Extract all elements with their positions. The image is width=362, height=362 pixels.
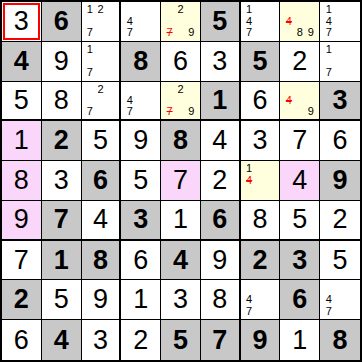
cell-r7c8[interactable]: 3 <box>280 241 320 281</box>
cell-r6c6[interactable]: 6 <box>201 201 241 241</box>
given-digit: 8 <box>333 327 348 354</box>
cell-r9c8[interactable]: 1 <box>280 320 320 360</box>
given-digit: 2 <box>14 286 29 313</box>
candidate-slot-3 <box>266 282 277 294</box>
candidate-grid: 49 <box>280 82 319 120</box>
candidate-grid: 17 <box>82 42 120 81</box>
candidate-slot-5 <box>255 294 266 306</box>
given-digit: 7 <box>54 206 69 233</box>
solved-digit: 8 <box>212 286 227 313</box>
solved-digit: 9 <box>14 206 29 233</box>
candidate-slot-9 <box>106 27 117 39</box>
cell-r5c1[interactable]: 8 <box>2 161 42 201</box>
candidate-digit-7: 7 <box>323 306 334 318</box>
candidate-digit-4: 4 <box>283 16 294 28</box>
given-digit: 6 <box>212 206 227 233</box>
candidate-digit-1: 1 <box>323 4 334 16</box>
cell-r7c9[interactable]: 5 <box>320 241 360 281</box>
given-digit: 9 <box>333 167 348 194</box>
candidate-slot-5 <box>334 16 345 28</box>
candidate-digit-4: 4 <box>124 16 135 28</box>
candidate-slot-3 <box>106 84 117 95</box>
given-digit: 4 <box>54 327 69 354</box>
candidate-slot-3 <box>266 4 277 16</box>
candidate-slot-8 <box>294 106 305 117</box>
cell-r8c5[interactable]: 3 <box>161 280 201 320</box>
candidate-digit-4: 4 <box>323 16 334 28</box>
candidate-slot-3 <box>266 163 277 175</box>
candidate-slot-6 <box>146 95 157 106</box>
candidate-slot-9 <box>346 306 357 318</box>
cell-r9c2[interactable]: 4 <box>42 320 82 360</box>
candidate-slot-6 <box>146 16 157 28</box>
cell-r7c7[interactable]: 2 <box>241 241 281 281</box>
solved-digit: 5 <box>333 247 348 274</box>
candidate-slot-2 <box>255 163 266 175</box>
candidate-grid: 147 <box>241 2 280 41</box>
candidate-digit-2: 2 <box>95 4 106 16</box>
candidate-grid: 47 <box>121 82 160 120</box>
cell-r1c9[interactable]: 147 <box>320 2 360 42</box>
cell-r2c3[interactable]: 17 <box>82 42 122 82</box>
cell-r5c4[interactable]: 5 <box>121 161 161 201</box>
cell-r6c2[interactable]: 7 <box>42 201 82 241</box>
candidate-slot-1 <box>244 282 255 294</box>
cell-r4c4[interactable]: 9 <box>121 121 161 161</box>
solved-digit: 7 <box>292 127 307 154</box>
cell-r3c8[interactable]: 49 <box>280 82 320 122</box>
cell-r7c6[interactable]: 9 <box>201 241 241 281</box>
cell-r4c1[interactable]: 1 <box>2 121 42 161</box>
candidate-slot-9 <box>146 106 157 117</box>
candidate-slot-9 <box>346 27 357 39</box>
cell-r1c4[interactable]: 47 <box>121 2 161 42</box>
cell-r9c1[interactable]: 6 <box>2 320 42 360</box>
solved-digit: 2 <box>212 167 227 194</box>
given-digit: 9 <box>253 327 268 354</box>
cell-r5c2[interactable]: 3 <box>42 161 82 201</box>
cell-r7c4[interactable]: 6 <box>121 241 161 281</box>
cell-r4c5[interactable]: 8 <box>161 121 201 161</box>
candidate-digit-2: 2 <box>175 84 186 95</box>
cell-r2c5[interactable]: 6 <box>161 42 201 82</box>
cell-r8c3[interactable]: 9 <box>82 280 122 320</box>
candidate-slot-1 <box>323 282 334 294</box>
given-digit: 5 <box>253 48 268 75</box>
given-digit: 3 <box>333 87 348 114</box>
candidate-digit-7: 7 <box>85 106 96 117</box>
candidate-slot-1 <box>124 4 135 16</box>
candidate-slot-4 <box>85 16 96 28</box>
cell-r3c3[interactable]: 27 <box>82 82 122 122</box>
candidate-digit-7: 7 <box>124 27 135 39</box>
cell-r4c7[interactable]: 3 <box>241 121 281 161</box>
candidate-slot-5 <box>135 16 146 28</box>
cell-r2c2[interactable]: 9 <box>42 42 82 82</box>
cell-r3c5[interactable]: 279 <box>161 82 201 122</box>
solved-digit: 9 <box>212 247 227 274</box>
candidate-digit-7: 7 <box>164 27 175 39</box>
given-digit: 6 <box>54 8 69 35</box>
cell-r1c7[interactable]: 147 <box>241 2 281 42</box>
candidate-digit-7: 7 <box>323 67 334 79</box>
candidate-digit-4: 4 <box>244 175 255 187</box>
cell-r4c6[interactable]: 4 <box>201 121 241 161</box>
given-digit: 3 <box>292 247 307 274</box>
candidate-slot-5 <box>334 294 345 306</box>
candidate-grid: 279 <box>161 2 200 41</box>
cell-r3c7[interactable]: 6 <box>241 82 281 122</box>
solved-digit: 5 <box>14 87 29 114</box>
candidate-slot-3 <box>346 282 357 294</box>
candidate-slot-6 <box>305 16 316 28</box>
candidate-digit-9: 9 <box>186 106 197 117</box>
cell-r5c3[interactable]: 6 <box>82 161 122 201</box>
candidate-slot-8 <box>95 67 106 79</box>
cell-r5c9[interactable]: 9 <box>320 161 360 201</box>
candidate-slot-2 <box>135 4 146 16</box>
candidate-slot-7 <box>283 106 294 117</box>
given-digit: 2 <box>54 127 69 154</box>
candidate-digit-1: 1 <box>85 44 96 56</box>
candidate-digit-7: 7 <box>244 306 255 318</box>
given-digit: 1 <box>212 87 227 114</box>
candidate-slot-9 <box>346 67 357 79</box>
candidate-grid: 279 <box>161 82 200 120</box>
solved-digit: 6 <box>133 247 148 274</box>
solved-digit: 6 <box>333 127 348 154</box>
cell-r6c1[interactable]: 9 <box>2 201 42 241</box>
candidate-slot-1 <box>164 4 175 16</box>
candidate-digit-4: 4 <box>283 95 294 106</box>
candidate-slot-5 <box>135 95 146 106</box>
candidate-digit-9: 9 <box>305 27 316 39</box>
solved-digit: 2 <box>133 327 148 354</box>
candidate-slot-3 <box>106 44 117 56</box>
candidate-slot-2 <box>334 282 345 294</box>
cell-r3c2[interactable]: 8 <box>42 82 82 122</box>
candidate-slot-8 <box>255 306 266 318</box>
solved-digit: 5 <box>54 286 69 313</box>
solved-digit: 3 <box>173 286 188 313</box>
candidate-grid: 27 <box>82 82 120 120</box>
solved-digit: 5 <box>93 127 108 154</box>
candidate-slot-9 <box>106 106 117 117</box>
solved-digit: 8 <box>14 167 29 194</box>
solved-digit: 7 <box>173 167 188 194</box>
candidate-slot-6 <box>266 175 277 187</box>
candidate-digit-7: 7 <box>124 106 135 117</box>
candidate-digit-2: 2 <box>95 84 106 95</box>
cell-r2c6[interactable]: 3 <box>201 42 241 82</box>
candidate-slot-1 <box>85 84 96 95</box>
given-digit: 8 <box>133 48 148 75</box>
solved-digit: 8 <box>253 206 268 233</box>
candidate-digit-2: 2 <box>175 4 186 16</box>
cell-r3c1[interactable]: 5 <box>2 82 42 122</box>
cell-r9c6[interactable]: 7 <box>201 320 241 360</box>
cell-r9c4[interactable]: 2 <box>121 320 161 360</box>
candidate-grid: 127 <box>82 2 120 41</box>
candidate-slot-7 <box>244 186 255 198</box>
cell-r7c3[interactable]: 8 <box>82 241 122 281</box>
cell-r1c2[interactable]: 6 <box>42 2 82 42</box>
solved-digit: 1 <box>14 127 29 154</box>
candidate-slot-1 <box>164 84 175 95</box>
solved-digit: 2 <box>333 206 348 233</box>
candidate-slot-6 <box>266 16 277 28</box>
cell-r6c4[interactable]: 3 <box>121 201 161 241</box>
solved-digit: 4 <box>93 206 108 233</box>
candidate-grid: 47 <box>320 280 360 319</box>
cell-r5c6[interactable]: 2 <box>201 161 241 201</box>
cell-r7c5[interactable]: 4 <box>161 241 201 281</box>
solved-digit: 4 <box>212 127 227 154</box>
candidate-slot-3 <box>346 44 357 56</box>
cell-r8c1[interactable]: 2 <box>2 280 42 320</box>
given-digit: 5 <box>173 327 188 354</box>
cell-r3c6[interactable]: 1 <box>201 82 241 122</box>
candidate-slot-5 <box>294 16 305 28</box>
candidate-slot-7 <box>283 27 294 39</box>
cell-r5c5[interactable]: 7 <box>161 161 201 201</box>
candidate-slot-6 <box>186 16 197 28</box>
cell-r2c8[interactable]: 2 <box>280 42 320 82</box>
cell-r9c3[interactable]: 3 <box>82 320 122 360</box>
candidate-digit-7: 7 <box>164 106 175 117</box>
cell-r6c7[interactable]: 8 <box>241 201 281 241</box>
candidate-slot-8 <box>135 106 146 117</box>
candidate-slot-5 <box>175 16 186 28</box>
candidate-grid: 17 <box>320 42 360 81</box>
candidate-slot-3 <box>106 4 117 16</box>
candidate-digit-8: 8 <box>294 27 305 39</box>
candidate-slot-6 <box>106 55 117 67</box>
cell-r5c7[interactable]: 14 <box>241 161 281 201</box>
candidate-slot-6 <box>346 294 357 306</box>
cell-r4c8[interactable]: 7 <box>280 121 320 161</box>
cell-r4c9[interactable]: 6 <box>320 121 360 161</box>
candidate-slot-5 <box>255 175 266 187</box>
candidate-digit-1: 1 <box>85 4 96 16</box>
candidate-slot-2 <box>334 44 345 56</box>
solved-digit: 3 <box>253 127 268 154</box>
cell-r6c8[interactable]: 5 <box>280 201 320 241</box>
solved-digit: 3 <box>14 8 29 35</box>
given-digit: 6 <box>292 286 307 313</box>
candidate-slot-3 <box>346 4 357 16</box>
cell-r1c3[interactable]: 127 <box>82 2 122 42</box>
given-digit: 7 <box>212 327 227 354</box>
cell-r8c7[interactable]: 47 <box>241 280 281 320</box>
cell-r4c3[interactable]: 5 <box>82 121 122 161</box>
solved-digit: 3 <box>54 167 69 194</box>
candidate-slot-3 <box>146 4 157 16</box>
candidate-slot-8 <box>175 27 186 39</box>
sudoku-board: 3612747279514748914749178635217582747279… <box>0 0 362 362</box>
solved-digit: 7 <box>14 247 29 274</box>
cell-r2c1[interactable]: 4 <box>2 42 42 82</box>
cell-r2c4[interactable]: 8 <box>121 42 161 82</box>
candidate-digit-1: 1 <box>323 44 334 56</box>
solved-digit: 4 <box>292 167 307 194</box>
candidate-grid: 147 <box>320 2 360 41</box>
cell-r6c5[interactable]: 1 <box>161 201 201 241</box>
solved-digit: 1 <box>133 286 148 313</box>
candidate-grid: 489 <box>280 2 319 41</box>
solved-digit: 8 <box>54 87 69 114</box>
candidate-digit-9: 9 <box>186 27 197 39</box>
solved-digit: 6 <box>14 327 29 354</box>
candidate-slot-9 <box>266 27 277 39</box>
solved-digit: 6 <box>253 87 268 114</box>
candidate-slot-2 <box>135 84 146 95</box>
cell-r2c7[interactable]: 5 <box>241 42 281 82</box>
candidate-digit-7: 7 <box>323 27 334 39</box>
given-digit: 1 <box>54 247 69 274</box>
solved-digit: 6 <box>173 48 188 75</box>
candidate-slot-8 <box>334 67 345 79</box>
cell-r6c9[interactable]: 2 <box>320 201 360 241</box>
cell-r6c3[interactable]: 4 <box>82 201 122 241</box>
candidate-slot-8 <box>334 27 345 39</box>
cell-r9c7[interactable]: 9 <box>241 320 281 360</box>
candidate-slot-6 <box>346 55 357 67</box>
candidate-slot-2 <box>334 4 345 16</box>
given-digit: 5 <box>212 8 227 35</box>
solved-digit: 1 <box>173 206 188 233</box>
cell-r3c9[interactable]: 3 <box>320 82 360 122</box>
cell-r1c1[interactable]: 3 <box>2 2 42 42</box>
cell-r9c5[interactable]: 5 <box>161 320 201 360</box>
given-digit: 6 <box>93 167 108 194</box>
cell-r4c2[interactable]: 2 <box>42 121 82 161</box>
solved-digit: 1 <box>292 327 307 354</box>
candidate-slot-8 <box>95 27 106 39</box>
cell-r1c6[interactable]: 5 <box>201 2 241 42</box>
candidate-slot-8 <box>334 306 345 318</box>
candidate-digit-1: 1 <box>244 4 255 16</box>
candidate-slot-5 <box>95 55 106 67</box>
candidate-grid: 47 <box>241 280 280 319</box>
solved-digit: 9 <box>133 127 148 154</box>
candidate-slot-3 <box>186 4 197 16</box>
given-digit: 8 <box>93 247 108 274</box>
candidate-digit-7: 7 <box>85 27 96 39</box>
cell-r1c8[interactable]: 489 <box>280 2 320 42</box>
candidate-slot-5 <box>294 95 305 106</box>
candidate-slot-4 <box>323 55 334 67</box>
given-digit: 3 <box>133 206 148 233</box>
candidate-digit-4: 4 <box>323 294 334 306</box>
candidate-digit-7: 7 <box>244 27 255 39</box>
candidate-digit-9: 9 <box>305 106 316 117</box>
cell-r7c2[interactable]: 1 <box>42 241 82 281</box>
cell-r3c4[interactable]: 47 <box>121 82 161 122</box>
candidate-slot-9 <box>266 186 277 198</box>
candidate-slot-6 <box>346 16 357 28</box>
candidate-slot-9 <box>266 306 277 318</box>
solved-digit: 9 <box>54 48 69 75</box>
candidate-slot-6 <box>106 95 117 106</box>
candidate-grid: 47 <box>121 2 160 41</box>
candidate-digit-4: 4 <box>244 16 255 28</box>
candidate-slot-8 <box>95 106 106 117</box>
candidate-slot-5 <box>255 16 266 28</box>
cell-r8c4[interactable]: 1 <box>121 280 161 320</box>
candidate-slot-2 <box>95 44 106 56</box>
solved-digit: 5 <box>133 167 148 194</box>
candidate-slot-2 <box>255 282 266 294</box>
candidate-slot-5 <box>95 95 106 106</box>
candidate-slot-5 <box>175 95 186 106</box>
candidate-slot-8 <box>255 27 266 39</box>
candidate-slot-9 <box>146 27 157 39</box>
candidate-slot-4 <box>85 55 96 67</box>
cell-r5c8[interactable]: 4 <box>280 161 320 201</box>
candidate-slot-2 <box>294 4 305 16</box>
cell-r2c9[interactable]: 17 <box>320 42 360 82</box>
candidate-slot-4 <box>164 16 175 28</box>
candidate-grid: 14 <box>241 161 280 200</box>
cell-r8c2[interactable]: 5 <box>42 280 82 320</box>
candidate-slot-9 <box>106 67 117 79</box>
candidate-slot-3 <box>305 84 316 95</box>
candidate-slot-3 <box>146 84 157 95</box>
cell-r9c9[interactable]: 8 <box>320 320 360 360</box>
candidate-slot-6 <box>106 16 117 28</box>
candidate-slot-8 <box>135 27 146 39</box>
candidate-digit-1: 1 <box>244 163 255 175</box>
cell-r1c5[interactable]: 279 <box>161 2 201 42</box>
solved-digit: 5 <box>292 206 307 233</box>
candidate-digit-7: 7 <box>85 67 96 79</box>
cell-r8c8[interactable]: 6 <box>280 280 320 320</box>
candidate-slot-8 <box>175 106 186 117</box>
candidate-slot-5 <box>334 55 345 67</box>
candidate-slot-1 <box>283 4 294 16</box>
given-digit: 4 <box>173 247 188 274</box>
cell-r7c1[interactable]: 7 <box>2 241 42 281</box>
given-digit: 8 <box>173 127 188 154</box>
given-digit: 4 <box>14 48 29 75</box>
candidate-digit-4: 4 <box>244 294 255 306</box>
candidate-slot-8 <box>255 186 266 198</box>
cell-r8c9[interactable]: 47 <box>320 280 360 320</box>
candidate-slot-3 <box>186 84 197 95</box>
given-digit: 2 <box>253 247 268 274</box>
candidate-slot-2 <box>294 84 305 95</box>
solved-digit: 2 <box>292 48 307 75</box>
solved-digit: 3 <box>212 48 227 75</box>
cell-r8c6[interactable]: 8 <box>201 280 241 320</box>
candidate-slot-2 <box>255 4 266 16</box>
candidate-slot-5 <box>95 16 106 28</box>
candidate-slot-3 <box>305 4 316 16</box>
solved-digit: 9 <box>93 286 108 313</box>
candidate-slot-6 <box>266 294 277 306</box>
solved-digit: 3 <box>93 327 108 354</box>
